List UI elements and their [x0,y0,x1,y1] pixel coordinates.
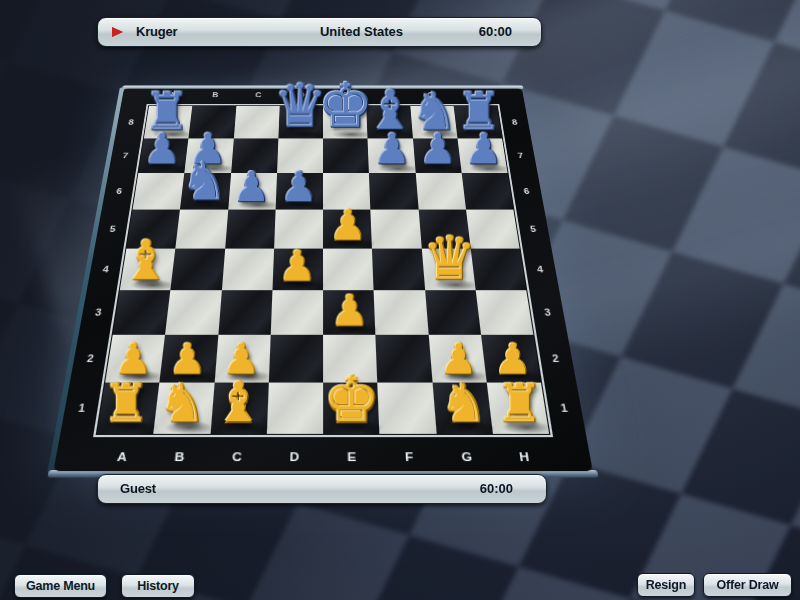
square-b5[interactable] [175,210,227,249]
file-label-top-h: H [451,92,495,99]
file-label-top-d: D [279,92,322,99]
square-h7[interactable] [457,138,507,172]
square-a8[interactable] [143,106,192,138]
knight-glyph: ♞ [440,380,487,430]
file-label-top-g: G [408,92,452,99]
file-label-bottom-f: F [380,450,438,463]
pawn-glyph: ♟ [278,247,316,287]
offer-draw-button[interactable]: Offer Draw [703,573,792,597]
file-labels-top: ABCDEFGH [150,92,495,99]
chessboard-scene: ABCDEFGH ABCDEFGH 87654321 87654321 ♜♛♚♝… [55,42,590,460]
file-label-bottom-g: G [437,450,496,463]
square-f6[interactable] [369,173,418,210]
rank-label-right-1: 1 [551,383,576,434]
square-d6[interactable] [275,173,323,210]
history-button[interactable]: History [121,574,195,598]
rank-label-left-2: 2 [78,335,101,383]
flag-icon [112,27,123,37]
bottom-player-name: Guest [120,481,156,496]
file-label-top-a: A [150,92,194,99]
file-labels-bottom: ABCDEFGH [92,450,554,463]
top-player-country: United States [320,24,403,39]
square-c5[interactable] [224,210,275,249]
square-a7[interactable] [138,138,188,172]
square-f7[interactable] [367,138,415,172]
queen-glyph: ♛ [422,230,476,287]
square-h8[interactable] [453,106,502,138]
rank-label-right-2: 2 [544,335,567,383]
square-b6[interactable] [180,173,231,210]
rank-label-left-6: 6 [109,173,129,210]
rank-label-right-7: 7 [511,138,530,172]
square-d8[interactable] [278,106,323,138]
knight-glyph: ♞ [158,380,205,430]
square-f8[interactable] [366,106,412,138]
bottom-player-clock: 60:00 [480,481,513,496]
file-label-bottom-h: H [494,450,553,463]
file-label-bottom-b: B [149,450,208,463]
square-c6[interactable] [227,173,276,210]
rank-label-right-5: 5 [523,210,543,249]
square-f5[interactable] [370,210,421,249]
square-e6[interactable] [323,173,371,210]
square-b7[interactable] [184,138,233,172]
rook-glyph: ♜ [496,380,543,430]
rank-label-right-8: 8 [505,106,523,138]
square-g7[interactable] [412,138,461,172]
file-label-top-e: E [323,92,366,99]
file-label-top-b: B [193,92,237,99]
file-label-bottom-c: C [207,450,265,463]
chessboard: ABCDEFGH ABCDEFGH 87654321 87654321 ♜♛♚♝… [53,89,592,471]
rank-label-left-8: 8 [122,106,140,138]
rank-label-right-6: 6 [516,173,536,210]
square-e8[interactable] [323,106,368,138]
bishop-glyph: ♝ [121,235,170,287]
king-glyph: ♚ [322,370,378,430]
rank-label-right-3: 3 [536,290,558,335]
bottom-player-bar: Guest 60:00 [97,474,547,504]
square-g6[interactable] [415,173,466,210]
square-e5[interactable] [323,210,372,249]
square-a6[interactable] [132,173,184,210]
file-label-bottom-a: A [92,450,151,463]
square-b8[interactable] [188,106,235,138]
rank-label-left-5: 5 [102,210,122,249]
rank-label-right-4: 4 [529,249,550,291]
square-d7[interactable] [276,138,322,172]
square-c7[interactable] [230,138,278,172]
game-menu-button[interactable]: Game Menu [14,574,107,598]
pawn-glyph: ♟ [330,291,368,331]
rank-label-left-3: 3 [87,290,109,335]
square-c8[interactable] [233,106,279,138]
file-label-top-c: C [236,92,279,99]
square-e7[interactable] [323,138,369,172]
top-player-clock: 60:00 [479,24,512,39]
file-label-top-f: F [365,92,408,99]
rank-label-left-1: 1 [69,383,94,434]
file-label-bottom-d: D [265,450,323,463]
top-player-name: Kruger [136,24,177,39]
rook-glyph: ♜ [102,380,149,430]
resign-button[interactable]: Resign [637,573,695,597]
rank-label-left-7: 7 [115,138,134,172]
rank-label-left-4: 4 [95,249,116,291]
chess-game-screen: { "game": "chess", "position": "r2qkbnr/… [0,0,800,600]
square-g8[interactable] [409,106,456,138]
bishop-glyph: ♝ [213,377,262,429]
square-h6[interactable] [461,173,513,210]
file-label-bottom-e: E [323,450,381,463]
